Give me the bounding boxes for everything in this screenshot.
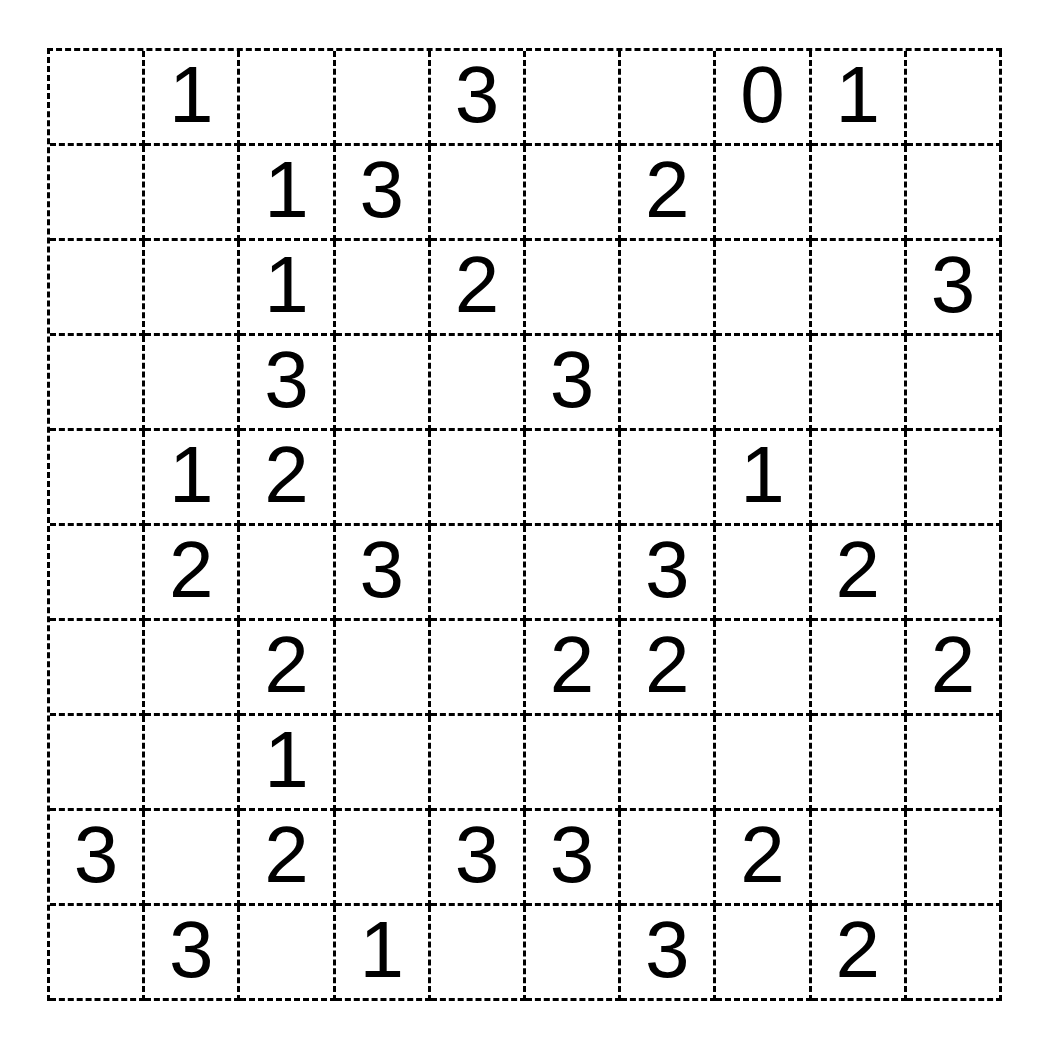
cell-r4c4[interactable] (336, 336, 431, 431)
cell-r6c4[interactable]: 3 (336, 526, 431, 621)
cell-r9c1[interactable]: 3 (50, 811, 145, 906)
clue-r10c2: 3 (169, 910, 214, 990)
clue-r7c7: 2 (645, 625, 690, 705)
cell-r3c8[interactable] (716, 241, 811, 336)
cell-r1c5[interactable]: 3 (431, 51, 526, 146)
cell-r8c1[interactable] (50, 716, 145, 811)
puzzle-page: 130113212333121233222221323323132 (0, 0, 1045, 1045)
cell-r3c6[interactable] (526, 241, 621, 336)
cell-r6c8[interactable] (716, 526, 811, 621)
clue-r1c9: 1 (835, 55, 880, 135)
cell-r3c2[interactable] (145, 241, 240, 336)
cell-r7c7[interactable]: 2 (621, 621, 716, 716)
cell-r3c1[interactable] (50, 241, 145, 336)
cell-r3c3[interactable]: 1 (240, 241, 335, 336)
cell-r3c4[interactable] (336, 241, 431, 336)
cell-r5c9[interactable] (812, 431, 907, 526)
clue-r2c7: 2 (645, 150, 690, 230)
cell-r1c10[interactable] (907, 51, 1002, 146)
cell-r1c2[interactable]: 1 (145, 51, 240, 146)
cell-r10c8[interactable] (716, 906, 811, 1001)
cell-r9c7[interactable] (621, 811, 716, 906)
cell-r2c8[interactable] (716, 146, 811, 241)
cell-r2c3[interactable]: 1 (240, 146, 335, 241)
cell-r10c3[interactable] (240, 906, 335, 1001)
cell-r5c5[interactable] (431, 431, 526, 526)
cell-r7c10[interactable]: 2 (907, 621, 1002, 716)
cell-r5c7[interactable] (621, 431, 716, 526)
clue-r6c7: 3 (645, 530, 690, 610)
cell-r10c6[interactable] (526, 906, 621, 1001)
clue-r6c4: 3 (359, 530, 404, 610)
cell-r2c10[interactable] (907, 146, 1002, 241)
clue-r1c8: 0 (740, 55, 785, 135)
clue-r2c3: 1 (264, 150, 309, 230)
cell-r1c7[interactable] (621, 51, 716, 146)
cell-r4c5[interactable] (431, 336, 526, 431)
cell-r6c7[interactable]: 3 (621, 526, 716, 621)
slitherlink-board[interactable]: 130113212333121233222221323323132 (47, 48, 1002, 1001)
clue-r10c7: 3 (645, 910, 690, 990)
cell-r9c4[interactable] (336, 811, 431, 906)
cell-r2c1[interactable] (50, 146, 145, 241)
clue-r9c3: 2 (264, 815, 309, 895)
cell-r7c1[interactable] (50, 621, 145, 716)
cell-r6c1[interactable] (50, 526, 145, 621)
cell-r9c5[interactable]: 3 (431, 811, 526, 906)
cell-r3c10[interactable]: 3 (907, 241, 1002, 336)
clue-r7c3: 2 (264, 625, 309, 705)
clue-r2c4: 3 (359, 150, 404, 230)
cell-r5c3[interactable]: 2 (240, 431, 335, 526)
clue-r7c10: 2 (931, 625, 976, 705)
cell-r4c9[interactable] (812, 336, 907, 431)
clue-r1c2: 1 (169, 55, 214, 135)
clue-r1c5: 3 (455, 55, 500, 135)
cell-r8c3[interactable]: 1 (240, 716, 335, 811)
cell-r5c4[interactable] (336, 431, 431, 526)
cell-r10c2[interactable]: 3 (145, 906, 240, 1001)
cell-r10c10[interactable] (907, 906, 1002, 1001)
cell-r4c2[interactable] (145, 336, 240, 431)
cell-r7c6[interactable]: 2 (526, 621, 621, 716)
cell-r3c7[interactable] (621, 241, 716, 336)
cell-r9c6[interactable]: 3 (526, 811, 621, 906)
cell-r9c3[interactable]: 2 (240, 811, 335, 906)
clue-r9c1: 3 (74, 815, 119, 895)
clue-r4c6: 3 (550, 340, 595, 420)
cell-r8c10[interactable] (907, 716, 1002, 811)
cell-r10c5[interactable] (431, 906, 526, 1001)
cell-r8c7[interactable] (621, 716, 716, 811)
clue-r5c3: 2 (264, 435, 309, 515)
cell-r2c9[interactable] (812, 146, 907, 241)
cell-r8c4[interactable] (336, 716, 431, 811)
cell-r8c6[interactable] (526, 716, 621, 811)
cell-r4c7[interactable] (621, 336, 716, 431)
cell-r1c6[interactable] (526, 51, 621, 146)
clue-r10c4: 1 (359, 910, 404, 990)
cell-r10c4[interactable]: 1 (336, 906, 431, 1001)
cell-r1c8[interactable]: 0 (716, 51, 811, 146)
clue-r6c9: 2 (835, 530, 880, 610)
cell-r4c3[interactable]: 3 (240, 336, 335, 431)
cell-r4c8[interactable] (716, 336, 811, 431)
cell-r7c8[interactable] (716, 621, 811, 716)
clue-r5c2: 1 (169, 435, 214, 515)
clue-r8c3: 1 (264, 720, 309, 800)
cell-r3c5[interactable]: 2 (431, 241, 526, 336)
cell-r9c9[interactable] (812, 811, 907, 906)
cell-r10c9[interactable]: 2 (812, 906, 907, 1001)
clue-r3c5: 2 (455, 245, 500, 325)
cell-r7c4[interactable] (336, 621, 431, 716)
clue-r10c9: 2 (835, 910, 880, 990)
cell-r2c5[interactable] (431, 146, 526, 241)
cell-r5c6[interactable] (526, 431, 621, 526)
cell-r6c9[interactable]: 2 (812, 526, 907, 621)
cell-r7c9[interactable] (812, 621, 907, 716)
cell-r4c10[interactable] (907, 336, 1002, 431)
clue-r9c8: 2 (740, 815, 785, 895)
clue-r9c5: 3 (455, 815, 500, 895)
cell-r10c7[interactable]: 3 (621, 906, 716, 1001)
clue-r4c3: 3 (264, 340, 309, 420)
cell-r8c2[interactable] (145, 716, 240, 811)
cell-r6c10[interactable] (907, 526, 1002, 621)
cell-r5c1[interactable] (50, 431, 145, 526)
cell-r7c3[interactable]: 2 (240, 621, 335, 716)
cell-r1c3[interactable] (240, 51, 335, 146)
cell-r5c2[interactable]: 1 (145, 431, 240, 526)
cell-r4c1[interactable] (50, 336, 145, 431)
clue-r3c10: 3 (931, 245, 976, 325)
cell-r7c5[interactable] (431, 621, 526, 716)
cell-r5c10[interactable] (907, 431, 1002, 526)
cell-r6c6[interactable] (526, 526, 621, 621)
cell-r3c9[interactable] (812, 241, 907, 336)
cell-r8c9[interactable] (812, 716, 907, 811)
cell-r6c3[interactable] (240, 526, 335, 621)
cell-r8c5[interactable] (431, 716, 526, 811)
cell-r7c2[interactable] (145, 621, 240, 716)
cell-r1c1[interactable] (50, 51, 145, 146)
cell-r6c2[interactable]: 2 (145, 526, 240, 621)
cell-r8c8[interactable] (716, 716, 811, 811)
cell-r2c2[interactable] (145, 146, 240, 241)
cell-r5c8[interactable]: 1 (716, 431, 811, 526)
cell-r6c5[interactable] (431, 526, 526, 621)
cell-r9c10[interactable] (907, 811, 1002, 906)
cell-r1c4[interactable] (336, 51, 431, 146)
clue-r6c2: 2 (169, 530, 214, 610)
clue-r5c8: 1 (740, 435, 785, 515)
cell-r9c2[interactable] (145, 811, 240, 906)
cell-r9c8[interactable]: 2 (716, 811, 811, 906)
cell-r4c6[interactable]: 3 (526, 336, 621, 431)
cell-r2c4[interactable]: 3 (336, 146, 431, 241)
clue-r7c6: 2 (550, 625, 595, 705)
clue-r9c6: 3 (550, 815, 595, 895)
cell-r2c6[interactable] (526, 146, 621, 241)
cell-r2c7[interactable]: 2 (621, 146, 716, 241)
cell-r1c9[interactable]: 1 (812, 51, 907, 146)
cell-r10c1[interactable] (50, 906, 145, 1001)
clue-r3c3: 1 (264, 245, 309, 325)
